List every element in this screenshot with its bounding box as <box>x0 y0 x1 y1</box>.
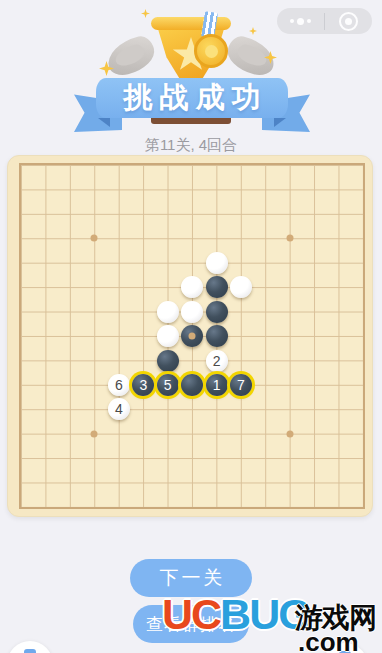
gomoku-board: 2635174 <box>7 155 373 517</box>
stone-white <box>157 325 179 347</box>
bottom-right-fab[interactable] <box>322 643 368 653</box>
medal-icon <box>194 34 228 68</box>
stone-white <box>230 276 252 298</box>
bottom-left-fab[interactable] <box>7 641 53 653</box>
view-ranking-button[interactable]: 查看群排名 <box>133 605 249 643</box>
stone-black-move-1: 1 <box>206 374 228 396</box>
stone-black <box>206 301 228 323</box>
stone-black <box>157 350 179 372</box>
star-point <box>189 333 196 340</box>
stone-white-move-4: 4 <box>108 398 130 420</box>
fab-glyph-icon <box>24 649 36 653</box>
exit-circle-icon <box>339 12 358 31</box>
more-icon <box>307 19 311 23</box>
stone-white-move-6: 6 <box>108 374 130 396</box>
more-icon <box>297 18 304 25</box>
stone-black <box>181 374 203 396</box>
more-button[interactable] <box>277 8 324 34</box>
wing-left-icon <box>104 34 159 79</box>
trophy-rim <box>151 17 231 30</box>
stone-white-move-2: 2 <box>206 350 228 372</box>
stone-black-move-7: 7 <box>230 374 252 396</box>
stone-black-move-3: 3 <box>132 374 154 396</box>
star-point <box>91 235 98 242</box>
more-icon <box>290 19 294 23</box>
banner-band: 挑战成功 <box>96 78 288 118</box>
stone-white <box>206 252 228 274</box>
stone-white <box>181 301 203 323</box>
watermark-site-name: 游戏网 <box>295 599 376 637</box>
star-point <box>286 430 293 437</box>
stone-white <box>181 276 203 298</box>
stone-white <box>157 301 179 323</box>
next-level-button[interactable]: 下一关 <box>130 559 252 597</box>
stone-black <box>206 276 228 298</box>
stone-black <box>206 325 228 347</box>
stone-black-move-5: 5 <box>157 374 179 396</box>
sparkle-icon <box>249 27 257 35</box>
wechat-capsule <box>277 8 372 34</box>
star-point <box>286 235 293 242</box>
victory-banner: 挑战成功 <box>74 78 310 134</box>
exit-button[interactable] <box>325 8 372 34</box>
sparkle-icon <box>141 9 150 18</box>
star-point <box>91 430 98 437</box>
banner-title: 挑战成功 <box>117 78 268 118</box>
